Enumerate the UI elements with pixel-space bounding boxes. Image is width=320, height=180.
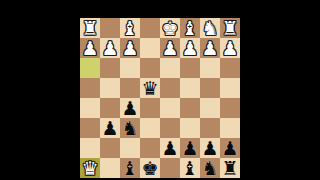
- square-h7[interactable]: [80, 138, 100, 158]
- white-pawn: ♟: [121, 38, 138, 57]
- black-rook: ♜: [221, 158, 238, 177]
- square-d5[interactable]: [160, 98, 180, 118]
- square-d4[interactable]: [160, 78, 180, 98]
- square-b7[interactable]: ♟: [200, 138, 220, 158]
- square-d2[interactable]: ♟: [160, 38, 180, 58]
- square-f4[interactable]: [120, 78, 140, 98]
- video-frame: ♜♝♚♝♞♜♟♟♟♟♟♟♟♛♟♟♞♟♟♟♟♛♝♚♝♞♜: [0, 0, 320, 180]
- square-b8[interactable]: ♞: [200, 158, 220, 178]
- square-a8[interactable]: ♜: [220, 158, 240, 178]
- white-pawn: ♟: [81, 38, 98, 57]
- square-h5[interactable]: [80, 98, 100, 118]
- white-pawn: ♟: [161, 38, 178, 57]
- square-d1[interactable]: ♚: [160, 18, 180, 38]
- square-h1[interactable]: ♜: [80, 18, 100, 38]
- black-knight: ♞: [121, 118, 138, 137]
- square-d6[interactable]: [160, 118, 180, 138]
- white-rook: ♜: [81, 18, 98, 37]
- square-h3[interactable]: [80, 58, 100, 78]
- square-a7[interactable]: ♟: [220, 138, 240, 158]
- chess-board[interactable]: ♜♝♚♝♞♜♟♟♟♟♟♟♟♛♟♟♞♟♟♟♟♛♝♚♝♞♜: [80, 18, 240, 178]
- square-e1[interactable]: [140, 18, 160, 38]
- square-c3[interactable]: [180, 58, 200, 78]
- square-a2[interactable]: ♟: [220, 38, 240, 58]
- square-f1[interactable]: ♝: [120, 18, 140, 38]
- square-c7[interactable]: ♟: [180, 138, 200, 158]
- black-bishop: ♝: [181, 158, 198, 177]
- white-bishop: ♝: [181, 18, 198, 37]
- square-b2[interactable]: ♟: [200, 38, 220, 58]
- square-g4[interactable]: [100, 78, 120, 98]
- square-b4[interactable]: [200, 78, 220, 98]
- square-b1[interactable]: ♞: [200, 18, 220, 38]
- white-bishop: ♝: [121, 18, 138, 37]
- white-rook: ♜: [221, 18, 238, 37]
- square-g8[interactable]: [100, 158, 120, 178]
- square-a4[interactable]: [220, 78, 240, 98]
- black-pawn: ♟: [201, 138, 218, 157]
- square-d7[interactable]: ♟: [160, 138, 180, 158]
- square-e6[interactable]: [140, 118, 160, 138]
- square-e7[interactable]: [140, 138, 160, 158]
- black-pawn: ♟: [101, 118, 118, 137]
- square-h8[interactable]: ♛: [80, 158, 100, 178]
- white-queen: ♛: [81, 158, 98, 177]
- square-f8[interactable]: ♝: [120, 158, 140, 178]
- square-f3[interactable]: [120, 58, 140, 78]
- square-a3[interactable]: [220, 58, 240, 78]
- square-h6[interactable]: [80, 118, 100, 138]
- square-c5[interactable]: [180, 98, 200, 118]
- square-a5[interactable]: [220, 98, 240, 118]
- black-pawn: ♟: [121, 98, 138, 117]
- black-bishop: ♝: [121, 158, 138, 177]
- square-b6[interactable]: [200, 118, 220, 138]
- white-pawn: ♟: [221, 38, 238, 57]
- white-pawn: ♟: [101, 38, 118, 57]
- square-d8[interactable]: [160, 158, 180, 178]
- square-g3[interactable]: [100, 58, 120, 78]
- square-g5[interactable]: [100, 98, 120, 118]
- square-c8[interactable]: ♝: [180, 158, 200, 178]
- square-h4[interactable]: [80, 78, 100, 98]
- white-king: ♚: [161, 18, 178, 37]
- square-h2[interactable]: ♟: [80, 38, 100, 58]
- black-knight: ♞: [201, 158, 218, 177]
- black-king: ♚: [141, 158, 158, 177]
- black-queen: ♛: [141, 78, 158, 97]
- white-pawn: ♟: [181, 38, 198, 57]
- square-a1[interactable]: ♜: [220, 18, 240, 38]
- square-f5[interactable]: ♟: [120, 98, 140, 118]
- square-f6[interactable]: ♞: [120, 118, 140, 138]
- square-e8[interactable]: ♚: [140, 158, 160, 178]
- black-pawn: ♟: [161, 138, 178, 157]
- square-a6[interactable]: [220, 118, 240, 138]
- square-d3[interactable]: [160, 58, 180, 78]
- square-e5[interactable]: [140, 98, 160, 118]
- square-f7[interactable]: [120, 138, 140, 158]
- square-c1[interactable]: ♝: [180, 18, 200, 38]
- square-f2[interactable]: ♟: [120, 38, 140, 58]
- black-pawn: ♟: [181, 138, 198, 157]
- square-e2[interactable]: [140, 38, 160, 58]
- square-g2[interactable]: ♟: [100, 38, 120, 58]
- white-pawn: ♟: [201, 38, 218, 57]
- square-g6[interactable]: ♟: [100, 118, 120, 138]
- white-knight: ♞: [201, 18, 218, 37]
- square-e3[interactable]: [140, 58, 160, 78]
- square-e4[interactable]: ♛: [140, 78, 160, 98]
- square-b3[interactable]: [200, 58, 220, 78]
- square-c4[interactable]: [180, 78, 200, 98]
- square-g1[interactable]: [100, 18, 120, 38]
- square-c6[interactable]: [180, 118, 200, 138]
- square-c2[interactable]: ♟: [180, 38, 200, 58]
- black-pawn: ♟: [221, 138, 238, 157]
- square-g7[interactable]: [100, 138, 120, 158]
- square-b5[interactable]: [200, 98, 220, 118]
